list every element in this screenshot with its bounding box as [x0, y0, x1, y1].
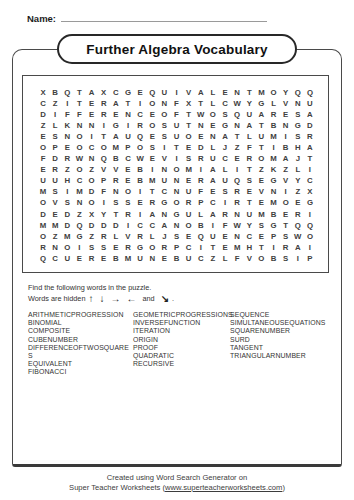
grid-cell: Q [146, 87, 158, 98]
grid-cell: L [110, 231, 122, 242]
grid-cell: I [158, 142, 170, 153]
grid-cell: R [122, 242, 134, 253]
grid-cell: A [110, 98, 122, 109]
grid-cell: S [122, 197, 134, 208]
grid-cell: T [146, 186, 158, 197]
grid-cell: E [243, 186, 255, 197]
grid-cell: I [98, 197, 110, 208]
grid-cell: O [86, 197, 98, 208]
grid-cell: O [73, 131, 85, 142]
grid-cell: G [73, 231, 85, 242]
grid-cell: E [183, 175, 195, 186]
grid-cell: F [243, 142, 255, 153]
grid-cell: R [280, 242, 292, 253]
grid-cell: O [134, 142, 146, 153]
grid-cell: O [37, 142, 49, 153]
grid-cell: I [304, 164, 316, 175]
grid-cell: B [280, 142, 292, 153]
grid-cell: V [183, 87, 195, 98]
grid-cell: O [86, 175, 98, 186]
word-list-item: PROOF [133, 344, 230, 352]
grid-cell: Y [292, 175, 304, 186]
grid-cell: Z [292, 186, 304, 197]
grid-cell: U [158, 87, 170, 98]
grid-cell: I [207, 220, 219, 231]
grid-cell: M [267, 131, 279, 142]
grid-cell: F [219, 220, 231, 231]
grid-cell: I [86, 131, 98, 142]
grid-cell: S [243, 175, 255, 186]
page-title: Further Algebra Vocabulary [57, 34, 297, 64]
grid-cell: O [255, 153, 267, 164]
grid-cell: D [86, 220, 98, 231]
grid-cell: E [292, 197, 304, 208]
word-list-item: SIMULTANEOUSEQUATIONS [230, 319, 342, 327]
grid-cell: L [243, 131, 255, 142]
grid-cell: I [304, 209, 316, 220]
grid-cell: D [110, 220, 122, 231]
word-list-item: DIFFERENCEOFTWOSQUARE [28, 344, 133, 352]
grid-cell: T [73, 87, 85, 98]
grid-cell: S [98, 242, 110, 253]
grid-cell: R [86, 253, 98, 264]
grid-cell: E [134, 87, 146, 98]
directions-period: . [172, 294, 174, 303]
grid-cell: T [183, 120, 195, 131]
grid-cell: F [170, 98, 182, 109]
grid-cell: G [267, 175, 279, 186]
grid-cell: W [134, 153, 146, 164]
grid-cell: B [267, 209, 279, 220]
word-list-item: S [28, 352, 133, 360]
grid-cell: B [267, 120, 279, 131]
grid-cell: L [195, 209, 207, 220]
grid-cell: O [183, 220, 195, 231]
grid-cell: E [73, 253, 85, 264]
grid-cell: R [158, 242, 170, 253]
grid-cell: O [98, 142, 110, 153]
grid-cell: G [122, 87, 134, 98]
grid-cell: R [110, 175, 122, 186]
footer-url-link[interactable]: www.superteacherworksheets.com [165, 483, 282, 492]
grid-cell: S [158, 120, 170, 131]
grid-cell: Q [304, 87, 316, 98]
grid-cell: B [134, 164, 146, 175]
grid-cell: Q [37, 253, 49, 264]
grid-cell: A [110, 131, 122, 142]
grid-cell: Q [61, 87, 73, 98]
grid-cell: A [195, 87, 207, 98]
grid-cell: Z [231, 142, 243, 153]
grid-cell: E [195, 131, 207, 142]
instructions-line1: Find the following words in the puzzle. [28, 283, 174, 293]
grid-cell: M [267, 197, 279, 208]
grid-cell: Z [207, 253, 219, 264]
grid-cell: G [134, 242, 146, 253]
instructions-directions: Words are hidden↑↓→←and↘. [28, 293, 174, 304]
grid-cell: I [304, 242, 316, 253]
grid-cell: Z [73, 209, 85, 220]
grid-cell: S [292, 109, 304, 120]
instructions: Find the following words in the puzzle. … [28, 283, 174, 304]
grid-cell: D [37, 109, 49, 120]
grid-cell: R [134, 120, 146, 131]
grid-cell: C [304, 175, 316, 186]
grid-cell: V [243, 253, 255, 264]
grid-cell: S [49, 186, 61, 197]
grid-cell: Q [98, 153, 110, 164]
word-list-column: SEQUENCESIMULTANEOUSEQUATIONSSQUARENUMBE… [230, 311, 342, 377]
grid-cell: R [219, 209, 231, 220]
grid-cell: Z [280, 164, 292, 175]
grid-cell: A [255, 109, 267, 120]
grid-cell: O [73, 164, 85, 175]
grid-cell: L [207, 98, 219, 109]
grid-cell: N [158, 209, 170, 220]
grid-cell: Q [231, 109, 243, 120]
grid-cell: C [86, 142, 98, 153]
grid-cell: N [158, 164, 170, 175]
grid-cell: D [98, 220, 110, 231]
grid-cell: G [219, 120, 231, 131]
grid-cell: F [195, 186, 207, 197]
grid-cell: R [98, 231, 110, 242]
grid-cell: M [146, 175, 158, 186]
grid-cell: B [49, 87, 61, 98]
word-list-item: SEQUENCE [230, 311, 342, 319]
grid-cell: A [207, 209, 219, 220]
word-list-column: ARITHMETICPROGRESSIONBINOMIALCOMPOSITECU… [28, 311, 133, 377]
grid-cell: T [255, 142, 267, 153]
grid-cell: N [110, 186, 122, 197]
grid-cell: R [267, 109, 279, 120]
grid-cell: R [195, 153, 207, 164]
grid-cell: D [195, 142, 207, 153]
grid-cell: D [86, 186, 98, 197]
grid-cell: S [183, 153, 195, 164]
grid-cell: U [37, 175, 49, 186]
grid-cell: I [195, 242, 207, 253]
grid-cell: U [61, 253, 73, 264]
grid-cell: O [170, 197, 182, 208]
name-blank-line[interactable] [61, 13, 267, 22]
grid-cell: T [243, 197, 255, 208]
grid-cell: G [110, 120, 122, 131]
grid-cell: U [49, 175, 61, 186]
grid-cell: I [292, 253, 304, 264]
grid-cell: E [255, 197, 267, 208]
grid-cell: G [170, 209, 182, 220]
grid-cell: K [61, 120, 73, 131]
grid-cell: N [170, 186, 182, 197]
grid-cell: O [170, 164, 182, 175]
grid-cell: L [146, 231, 158, 242]
word-list-item: ORIGIN [133, 336, 230, 344]
grid-cell: R [61, 153, 73, 164]
grid-cell: A [292, 242, 304, 253]
grid-cell: U [183, 209, 195, 220]
grid-cell: N [49, 242, 61, 253]
grid-cell: E [37, 164, 49, 175]
grid-cell: D [61, 220, 73, 231]
grid-cell: T [98, 131, 110, 142]
grid-cell: K [267, 164, 279, 175]
grid-cell: A [146, 209, 158, 220]
grid-cell: M [122, 253, 134, 264]
grid-cell: R [122, 209, 134, 220]
grid-cell: T [195, 98, 207, 109]
grid-cell: E [98, 253, 110, 264]
grid-cell: E [49, 209, 61, 220]
grid-cell: N [267, 186, 279, 197]
grid-cell: P [98, 175, 110, 186]
grid-cell: O [255, 253, 267, 264]
grid-cell: P [304, 253, 316, 264]
grid-cell: Q [231, 175, 243, 186]
word-list-item: EQUIVALENT [28, 360, 133, 368]
grid-cell: C [49, 253, 61, 264]
grid-cell: T [110, 209, 122, 220]
grid-cell: C [219, 98, 231, 109]
grid-cell: O [146, 98, 158, 109]
grid-cell: M [49, 220, 61, 231]
grid-cell: M [73, 186, 85, 197]
direction-arrow-icon: ← [126, 293, 136, 304]
name-row: Name: [27, 13, 267, 24]
grid-cell: V [280, 175, 292, 186]
word-list-item: QUADRATIC [133, 352, 230, 360]
grid-cell: I [61, 98, 73, 109]
grid-cell: G [158, 197, 170, 208]
word-list-item: TRIANGULARNUMBER [230, 352, 342, 360]
grid-cell: C [134, 109, 146, 120]
grid-cell: A [86, 87, 98, 98]
grid-cell: M [37, 220, 49, 231]
grid-cell: S [280, 253, 292, 264]
grid-cell: Q [195, 231, 207, 242]
grid-cell: S [86, 242, 98, 253]
grid-cell: I [280, 186, 292, 197]
grid-cell: E [183, 231, 195, 242]
grid-cell: M [267, 153, 279, 164]
grid-cell: L [49, 120, 61, 131]
word-list-item: TANGENT [230, 344, 342, 352]
grid-cell: T [255, 120, 267, 131]
grid-cell: U [183, 186, 195, 197]
grid-cell: C [73, 175, 85, 186]
footer-line1: Created using Word Search Generator on [0, 473, 354, 483]
grid-cell: U [170, 131, 182, 142]
grid-cell: E [122, 175, 134, 186]
grid-cell: I [231, 164, 243, 175]
word-search-grid: XBQTAXCGEQUIVALENTMOYQQCZITERATIONFXTLCW… [37, 87, 316, 264]
grid-cell: S [219, 109, 231, 120]
grid-cell: P [195, 197, 207, 208]
diagonal-arrow-icon: ↘ [161, 293, 169, 304]
grid-cell: Q [292, 220, 304, 231]
grid-cell: E [219, 242, 231, 253]
grid-cell: S [158, 131, 170, 142]
direction-arrow-icon: → [110, 293, 120, 304]
word-list-column: GEOMETRICPROGRESSIONSINVERSEFUNCTIONITER… [133, 311, 230, 377]
word-list-item: ITERATION [133, 327, 230, 335]
grid-cell: V [280, 98, 292, 109]
grid-cell: H [243, 242, 255, 253]
grid-cell: S [146, 142, 158, 153]
word-list: ARITHMETICPROGRESSIONBINOMIALCOMPOSITECU… [28, 311, 342, 377]
grid-cell: V [110, 164, 122, 175]
grid-cell: I [170, 153, 182, 164]
grid-cell: R [183, 197, 195, 208]
grid-cell: L [219, 164, 231, 175]
word-list-item: INVERSEFUNCTION [133, 319, 230, 327]
grid-cell: S [110, 197, 122, 208]
grid-cell: V [49, 197, 61, 208]
grid-cell: E [86, 109, 98, 120]
grid-cell: T [170, 142, 182, 153]
word-list-item: SQUARENUMBER [230, 327, 342, 335]
word-list-item: CUBENUMBER [28, 336, 133, 344]
grid-cell: G [255, 98, 267, 109]
grid-cell: C [195, 253, 207, 264]
grid-cell: C [207, 197, 219, 208]
grid-cell: Z [61, 164, 73, 175]
grid-cell: E [280, 109, 292, 120]
grid-cell: E [158, 253, 170, 264]
grid-cell: M [37, 186, 49, 197]
grid-cell: V [98, 164, 110, 175]
grid-cell: W [231, 220, 243, 231]
grid-cell: T [122, 98, 134, 109]
grid-cell: I [134, 98, 146, 109]
grid-cell: O [207, 109, 219, 120]
grid-cell: Q [304, 220, 316, 231]
grid-cell: U [183, 253, 195, 264]
grid-cell: Y [243, 220, 255, 231]
grid-cell: I [146, 164, 158, 175]
grid-cell: E [219, 231, 231, 242]
grid-cell: C [134, 220, 146, 231]
worksheet-page: Name: Further Algebra Vocabulary XBQTAXC… [0, 0, 354, 500]
grid-cell: E [110, 109, 122, 120]
grid-cell: N [61, 131, 73, 142]
grid-cell: R [231, 197, 243, 208]
direction-arrow-icon: ↓ [99, 293, 104, 304]
name-label: Name: [27, 13, 56, 24]
grid-cell: E [219, 87, 231, 98]
grid-cell: S [292, 131, 304, 142]
grid-cell: W [292, 231, 304, 242]
grid-cell: B [195, 220, 207, 231]
grid-cell: J [158, 231, 170, 242]
grid-cell: P [122, 142, 134, 153]
grid-cell: O [280, 197, 292, 208]
grid-cell: B [134, 175, 146, 186]
grid-cell: O [304, 231, 316, 242]
grid-cell: N [86, 153, 98, 164]
grid-cell: E [146, 153, 158, 164]
grid-cell: X [37, 87, 49, 98]
grid-cell: L [219, 253, 231, 264]
grid-cell: L [267, 98, 279, 109]
grid-cell: U [255, 131, 267, 142]
grid-cell: T [304, 153, 316, 164]
grid-cell: C [146, 220, 158, 231]
grid-cell: N [73, 197, 85, 208]
grid-cell: G [267, 220, 279, 231]
grid-cell: Y [98, 209, 110, 220]
grid-cell: I [98, 120, 110, 131]
grid-cell: O [37, 231, 49, 242]
grid-cell: B [110, 253, 122, 264]
grid-cell: J [292, 153, 304, 164]
grid-cell: C [243, 231, 255, 242]
grid-cell: E [207, 186, 219, 197]
grid-cell: I [122, 220, 134, 231]
grid-cell: F [37, 153, 49, 164]
grid-cell: U [243, 209, 255, 220]
grid-cell: Y [280, 87, 292, 98]
grid-cell: P [170, 242, 182, 253]
word-list-item: BINOMIAL [28, 319, 133, 327]
direction-arrow-icon: ↑ [88, 293, 93, 304]
grid-cell: M [255, 87, 267, 98]
grid-cell: N [122, 109, 134, 120]
grid-cell: U [243, 109, 255, 120]
grid-cell: G [304, 197, 316, 208]
grid-cell: T [231, 131, 243, 142]
grid-cell: R [146, 197, 158, 208]
grid-cell: B [110, 153, 122, 164]
word-search-grid-box: XBQTAXCGEQUIVALENTMOYQQCZITERATIONFXTLCW… [22, 75, 329, 273]
grid-cell: E [37, 131, 49, 142]
grid-cell: A [207, 175, 219, 186]
grid-cell: B [170, 253, 182, 264]
grid-cell: Q [73, 220, 85, 231]
grid-cell: O [73, 142, 85, 153]
grid-cell: I [267, 242, 279, 253]
grid-cell: R [98, 98, 110, 109]
grid-cell: D [304, 120, 316, 131]
grid-cell: E [61, 142, 73, 153]
grid-cell: O [37, 197, 49, 208]
grid-cell: O [267, 87, 279, 98]
grid-cell: W [231, 98, 243, 109]
grid-cell: C [158, 186, 170, 197]
grid-cell: U [207, 231, 219, 242]
grid-cell: U [170, 120, 182, 131]
grid-cell: T [73, 98, 85, 109]
grid-cell: C [122, 153, 134, 164]
grid-cell: F [170, 109, 182, 120]
grid-cell: N [280, 120, 292, 131]
grid-cell: V [122, 231, 134, 242]
grid-cell: Z [49, 231, 61, 242]
grid-cell: U [207, 153, 219, 164]
grid-cell: A [219, 131, 231, 142]
grid-cell: N [146, 253, 158, 264]
grid-cell: W [73, 153, 85, 164]
grid-cell: E [146, 131, 158, 142]
grid-cell: T [243, 87, 255, 98]
grid-cell: H [292, 142, 304, 153]
grid-cell: L [292, 164, 304, 175]
grid-cell: N [195, 120, 207, 131]
grid-cell: O [146, 120, 158, 131]
grid-cell: M [183, 164, 195, 175]
grid-cell: M [61, 231, 73, 242]
grid-cell: G [292, 120, 304, 131]
